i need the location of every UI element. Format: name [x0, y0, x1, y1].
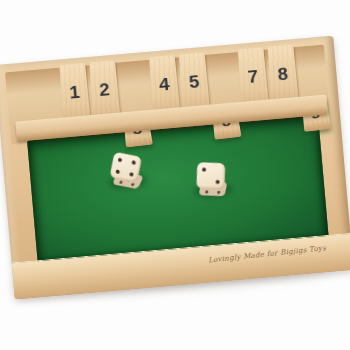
tile-8[interactable]: 8	[268, 45, 299, 106]
tile-number: 5	[188, 71, 200, 93]
die-pip	[129, 182, 136, 186]
tile-number: 1	[69, 82, 81, 104]
die-pip	[215, 190, 222, 194]
brand-text: Lovingly Made for Bigjigs Toys	[207, 244, 326, 264]
die-1[interactable]	[109, 153, 146, 192]
tile-number: 2	[98, 79, 110, 101]
shut-the-box-game: 123456789 Lovingly Made for Bigjigs Toys	[0, 36, 350, 300]
tile-1[interactable]: 1	[59, 63, 90, 124]
die-1-top-face	[110, 152, 142, 183]
die-2-top-face	[196, 162, 225, 189]
tile-number: 7	[247, 66, 259, 88]
tile-number: 8	[277, 64, 289, 86]
die-pip	[127, 171, 135, 178]
tile-number: 4	[158, 74, 170, 96]
tile-4[interactable]: 4	[149, 55, 180, 116]
die-2[interactable]	[194, 161, 231, 200]
tile-7[interactable]: 7	[238, 47, 269, 108]
scene: 123456789 Lovingly Made for Bigjigs Toys	[0, 0, 350, 350]
tile-5[interactable]: 5	[178, 53, 209, 114]
tile-2[interactable]: 2	[89, 60, 120, 121]
die-pip	[214, 179, 221, 185]
